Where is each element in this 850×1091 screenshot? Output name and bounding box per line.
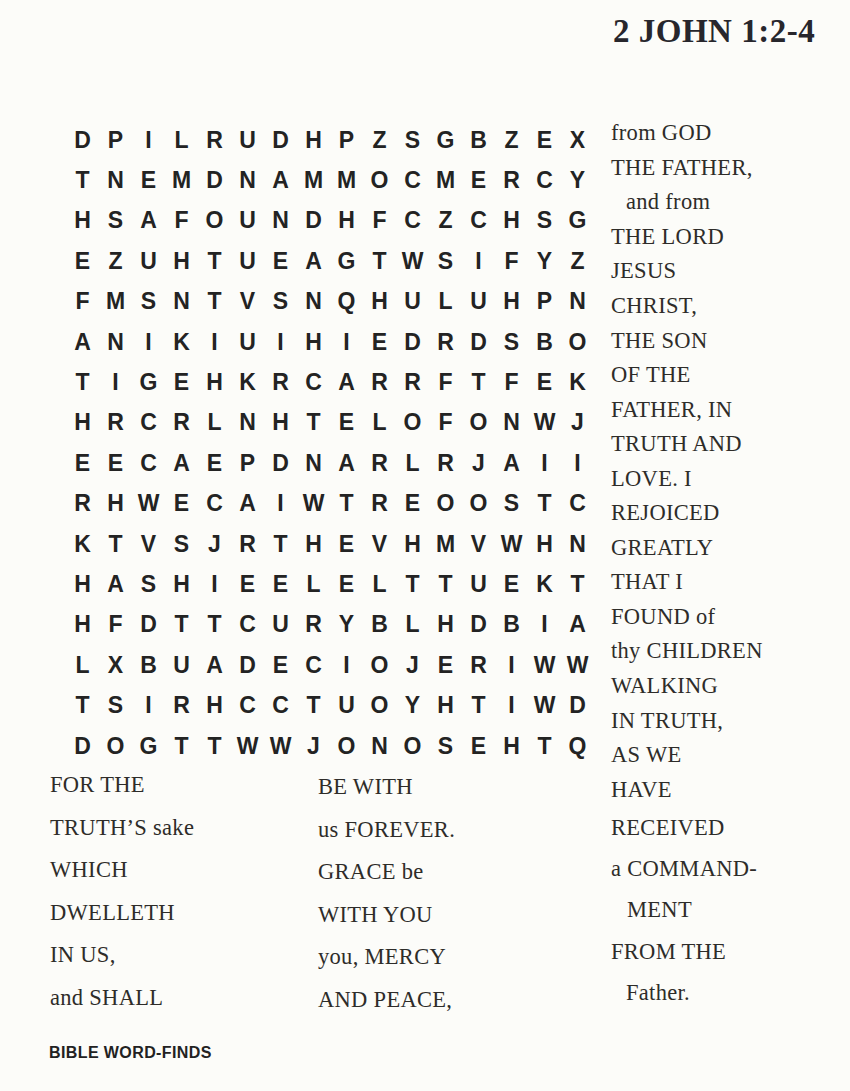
grid-cell-r6c7[interactable]: I: [264, 322, 297, 362]
verse-line: FOUND of: [611, 600, 849, 635]
grid-cell-r2c5[interactable]: D: [198, 160, 231, 200]
grid-cell-r10c4[interactable]: E: [165, 484, 198, 524]
grid-cell-r14c12[interactable]: E: [429, 645, 462, 685]
grid-cell-r5c5[interactable]: T: [198, 282, 231, 322]
grid-cell-r3c3[interactable]: A: [132, 201, 165, 241]
grid-cell-r2c3[interactable]: E: [132, 160, 165, 200]
grid-cell-r3c8[interactable]: D: [297, 201, 330, 241]
grid-cell-r5c11[interactable]: U: [396, 282, 429, 322]
grid-cell-r7c10[interactable]: R: [363, 362, 396, 402]
grid-cell-r1c14[interactable]: Z: [495, 120, 528, 160]
grid-cell-r9c5[interactable]: E: [198, 443, 231, 483]
word-search-grid: DPILRUDHPZSGBZEXTNEMDNAMMOCMERCYHSAFOUND…: [66, 120, 594, 766]
grid-cell-r15c1[interactable]: T: [66, 685, 99, 725]
verse-line: DWELLETH: [50, 892, 300, 935]
grid-cell-r8c5[interactable]: L: [198, 403, 231, 443]
grid-cell-r2c15[interactable]: C: [528, 160, 561, 200]
grid-cell-r12c6[interactable]: E: [231, 564, 264, 604]
grid-cell-r11c15[interactable]: H: [528, 524, 561, 564]
grid-cell-r1c8[interactable]: H: [297, 120, 330, 160]
grid-cell-r4c11[interactable]: W: [396, 241, 429, 281]
verse-line: AS WE: [611, 738, 849, 773]
grid-cell-r6c12[interactable]: R: [429, 322, 462, 362]
grid-cell-r3c15[interactable]: S: [528, 201, 561, 241]
grid-cell-r5c2[interactable]: M: [99, 282, 132, 322]
grid-cell-r11c7[interactable]: T: [264, 524, 297, 564]
grid-cell-r3c1[interactable]: H: [66, 201, 99, 241]
grid-cell-r15c10[interactable]: O: [363, 685, 396, 725]
grid-cell-r11c12[interactable]: M: [429, 524, 462, 564]
grid-cell-r4c15[interactable]: Y: [528, 241, 561, 281]
grid-cell-r16c15[interactable]: T: [528, 726, 561, 766]
grid-cell-r12c10[interactable]: L: [363, 564, 396, 604]
grid-cell-r3c11[interactable]: C: [396, 201, 429, 241]
grid-cell-r2c12[interactable]: M: [429, 160, 462, 200]
grid-cell-r6c4[interactable]: K: [165, 322, 198, 362]
grid-cell-r10c10[interactable]: R: [363, 484, 396, 524]
grid-cell-r1c9[interactable]: P: [330, 120, 363, 160]
grid-cell-r1c4[interactable]: L: [165, 120, 198, 160]
grid-cell-r14c8[interactable]: C: [297, 645, 330, 685]
grid-cell-r6c9[interactable]: I: [330, 322, 363, 362]
grid-cell-r16c16[interactable]: Q: [561, 726, 594, 766]
puzzle-page: 2 JOHN 1:2-4 DPILRUDHPZSGBZEXTNEMDNAMMOC…: [0, 0, 850, 1091]
grid-cell-r5c9[interactable]: Q: [330, 282, 363, 322]
grid-cell-r3c9[interactable]: H: [330, 201, 363, 241]
grid-cell-r1c12[interactable]: G: [429, 120, 462, 160]
grid-cell-r15c11[interactable]: Y: [396, 685, 429, 725]
grid-cell-r1c5[interactable]: R: [198, 120, 231, 160]
verse-line: IN US,: [50, 934, 300, 977]
grid-cell-r11c9[interactable]: E: [330, 524, 363, 564]
grid-cell-r3c5[interactable]: O: [198, 201, 231, 241]
grid-cell-r1c1[interactable]: D: [66, 120, 99, 160]
grid-cell-r11c16[interactable]: N: [561, 524, 594, 564]
grid-cell-r4c7[interactable]: E: [264, 241, 297, 281]
grid-cell-r8c1[interactable]: H: [66, 403, 99, 443]
verse-line: FOR THE: [50, 764, 300, 807]
grid-cell-r4c10[interactable]: T: [363, 241, 396, 281]
grid-cell-r4c2[interactable]: Z: [99, 241, 132, 281]
grid-cell-r13c4[interactable]: T: [165, 605, 198, 645]
grid-cell-r10c13[interactable]: O: [462, 484, 495, 524]
grid-cell-r8c15[interactable]: W: [528, 403, 561, 443]
grid-cell-r9c2[interactable]: E: [99, 443, 132, 483]
grid-cell-r12c8[interactable]: L: [297, 564, 330, 604]
grid-cell-r3c10[interactable]: F: [363, 201, 396, 241]
grid-cell-r12c1[interactable]: H: [66, 564, 99, 604]
grid-cell-r16c9[interactable]: O: [330, 726, 363, 766]
grid-cell-r1c11[interactable]: S: [396, 120, 429, 160]
grid-cell-r7c6[interactable]: K: [231, 362, 264, 402]
grid-cell-r2c13[interactable]: E: [462, 160, 495, 200]
grid-cell-r3c12[interactable]: Z: [429, 201, 462, 241]
grid-cell-r7c15[interactable]: E: [528, 362, 561, 402]
grid-cell-r13c16[interactable]: A: [561, 605, 594, 645]
grid-cell-r5c7[interactable]: S: [264, 282, 297, 322]
grid-cell-r15c13[interactable]: T: [462, 685, 495, 725]
grid-cell-r8c10[interactable]: L: [363, 403, 396, 443]
grid-cell-r2c7[interactable]: A: [264, 160, 297, 200]
verse-line: TRUTH’S sake: [50, 807, 300, 850]
grid-cell-r16c7[interactable]: W: [264, 726, 297, 766]
grid-cell-r14c2[interactable]: X: [99, 645, 132, 685]
grid-cell-r13c7[interactable]: U: [264, 605, 297, 645]
grid-cell-r9c14[interactable]: A: [495, 443, 528, 483]
grid-cell-r1c7[interactable]: D: [264, 120, 297, 160]
grid-cell-r16c8[interactable]: J: [297, 726, 330, 766]
grid-cell-r6c11[interactable]: D: [396, 322, 429, 362]
grid-cell-r14c1[interactable]: L: [66, 645, 99, 685]
grid-cell-r4c8[interactable]: A: [297, 241, 330, 281]
grid-cell-r7c7[interactable]: R: [264, 362, 297, 402]
verse-line: THE LORD: [611, 220, 849, 255]
grid-cell-r4c16[interactable]: Z: [561, 241, 594, 281]
grid-cell-r16c5[interactable]: T: [198, 726, 231, 766]
grid-cell-r8c6[interactable]: N: [231, 403, 264, 443]
grid-cell-r10c8[interactable]: W: [297, 484, 330, 524]
verse-line: and SHALL: [50, 977, 300, 1020]
grid-cell-r15c7[interactable]: C: [264, 685, 297, 725]
grid-cell-r5c14[interactable]: H: [495, 282, 528, 322]
grid-cell-r8c16[interactable]: J: [561, 403, 594, 443]
grid-cell-r11c10[interactable]: V: [363, 524, 396, 564]
grid-cell-r5c8[interactable]: N: [297, 282, 330, 322]
grid-cell-r7c12[interactable]: F: [429, 362, 462, 402]
grid-cell-r13c9[interactable]: Y: [330, 605, 363, 645]
grid-cell-r15c16[interactable]: D: [561, 685, 594, 725]
grid-cell-r6c5[interactable]: I: [198, 322, 231, 362]
grid-cell-r16c1[interactable]: D: [66, 726, 99, 766]
grid-cell-r13c8[interactable]: R: [297, 605, 330, 645]
grid-cell-r8c3[interactable]: C: [132, 403, 165, 443]
grid-cell-r16c4[interactable]: T: [165, 726, 198, 766]
grid-cell-r12c4[interactable]: H: [165, 564, 198, 604]
grid-cell-r10c6[interactable]: A: [231, 484, 264, 524]
grid-cell-r2c16[interactable]: Y: [561, 160, 594, 200]
grid-cell-r14c11[interactable]: J: [396, 645, 429, 685]
verse-line: RECEIVED: [611, 807, 849, 848]
grid-cell-r9c6[interactable]: P: [231, 443, 264, 483]
grid-cell-r5c12[interactable]: L: [429, 282, 462, 322]
grid-cell-r1c6[interactable]: U: [231, 120, 264, 160]
grid-cell-r8c11[interactable]: O: [396, 403, 429, 443]
grid-cell-r9c13[interactable]: J: [462, 443, 495, 483]
grid-cell-r15c15[interactable]: W: [528, 685, 561, 725]
grid-cell-r12c2[interactable]: A: [99, 564, 132, 604]
grid-cell-r10c12[interactable]: O: [429, 484, 462, 524]
grid-cell-r4c13[interactable]: I: [462, 241, 495, 281]
grid-cell-r16c6[interactable]: W: [231, 726, 264, 766]
verse-line: GRACE be: [318, 851, 568, 894]
book-footer: BIBLE WORD-FINDS: [49, 1044, 212, 1062]
grid-cell-r11c2[interactable]: T: [99, 524, 132, 564]
grid-cell-r13c5[interactable]: T: [198, 605, 231, 645]
grid-cell-r5c1[interactable]: F: [66, 282, 99, 322]
grid-cell-r9c9[interactable]: A: [330, 443, 363, 483]
grid-cell-r6c6[interactable]: U: [231, 322, 264, 362]
grid-cell-r11c3[interactable]: V: [132, 524, 165, 564]
verse-line: MENT: [611, 890, 849, 931]
grid-cell-r14c7[interactable]: E: [264, 645, 297, 685]
grid-cell-r9c4[interactable]: A: [165, 443, 198, 483]
grid-cell-r4c4[interactable]: H: [165, 241, 198, 281]
grid-cell-r2c11[interactable]: C: [396, 160, 429, 200]
verse-line: HAVE: [611, 772, 849, 807]
grid-cell-r13c14[interactable]: B: [495, 605, 528, 645]
verse-line: REJOICED: [611, 496, 849, 531]
grid-cell-r9c8[interactable]: N: [297, 443, 330, 483]
grid-cell-r16c10[interactable]: N: [363, 726, 396, 766]
grid-cell-r14c5[interactable]: A: [198, 645, 231, 685]
grid-cell-r5c13[interactable]: U: [462, 282, 495, 322]
verse-line: FATHER, IN: [611, 392, 849, 427]
verse-column-right: from GODTHE FATHER,and fromTHE LORDJESUS…: [611, 116, 849, 1014]
grid-cell-r12c7[interactable]: E: [264, 564, 297, 604]
grid-cell-r6c15[interactable]: B: [528, 322, 561, 362]
grid-cell-r15c8[interactable]: T: [297, 685, 330, 725]
grid-cell-r7c2[interactable]: I: [99, 362, 132, 402]
grid-cell-r5c10[interactable]: H: [363, 282, 396, 322]
grid-cell-r2c10[interactable]: O: [363, 160, 396, 200]
grid-cell-r4c9[interactable]: G: [330, 241, 363, 281]
grid-cell-r6c3[interactable]: I: [132, 322, 165, 362]
grid-cell-r9c16[interactable]: I: [561, 443, 594, 483]
grid-cell-r13c12[interactable]: H: [429, 605, 462, 645]
grid-cell-r10c14[interactable]: S: [495, 484, 528, 524]
grid-cell-r7c5[interactable]: H: [198, 362, 231, 402]
verse-line: CHRIST,: [611, 289, 849, 324]
verse-line: OF THE: [611, 358, 849, 393]
grid-cell-r1c3[interactable]: I: [132, 120, 165, 160]
verse-line: from GOD: [611, 116, 849, 151]
verse-line: THE SON: [611, 323, 849, 358]
grid-cell-r8c12[interactable]: F: [429, 403, 462, 443]
verse-line: TRUTH AND: [611, 427, 849, 462]
grid-cell-r11c8[interactable]: H: [297, 524, 330, 564]
grid-cell-r9c11[interactable]: L: [396, 443, 429, 483]
grid-cell-r2c9[interactable]: M: [330, 160, 363, 200]
grid-cell-r2c2[interactable]: N: [99, 160, 132, 200]
grid-cell-r11c14[interactable]: W: [495, 524, 528, 564]
grid-cell-r7c8[interactable]: C: [297, 362, 330, 402]
grid-cell-r1c16[interactable]: X: [561, 120, 594, 160]
grid-cell-r10c2[interactable]: H: [99, 484, 132, 524]
verse-line: a COMMAND-: [611, 848, 849, 889]
grid-cell-r3c16[interactable]: G: [561, 201, 594, 241]
grid-cell-r14c9[interactable]: I: [330, 645, 363, 685]
grid-cell-r13c6[interactable]: C: [231, 605, 264, 645]
grid-cell-r3c13[interactable]: C: [462, 201, 495, 241]
grid-cell-r3c2[interactable]: S: [99, 201, 132, 241]
grid-cell-r2c6[interactable]: N: [231, 160, 264, 200]
grid-cell-r7c14[interactable]: F: [495, 362, 528, 402]
grid-cell-r11c13[interactable]: V: [462, 524, 495, 564]
grid-cell-r12c5[interactable]: I: [198, 564, 231, 604]
grid-cell-r10c9[interactable]: T: [330, 484, 363, 524]
grid-cell-r8c4[interactable]: R: [165, 403, 198, 443]
grid-cell-r12c9[interactable]: E: [330, 564, 363, 604]
grid-cell-r13c10[interactable]: B: [363, 605, 396, 645]
grid-cell-r16c14[interactable]: H: [495, 726, 528, 766]
verse-column-bottom-left: FOR THETRUTH’S sakeWHICHDWELLETHIN US,an…: [50, 764, 300, 1019]
verse-line: WITH YOU: [318, 894, 568, 937]
grid-cell-r13c13[interactable]: D: [462, 605, 495, 645]
grid-cell-r15c5[interactable]: H: [198, 685, 231, 725]
grid-cell-r6c2[interactable]: N: [99, 322, 132, 362]
puzzle-title: 2 JOHN 1:2-4: [613, 13, 815, 50]
grid-cell-r16c2[interactable]: O: [99, 726, 132, 766]
grid-cell-r9c7[interactable]: D: [264, 443, 297, 483]
grid-cell-r15c12[interactable]: H: [429, 685, 462, 725]
grid-cell-r11c6[interactable]: R: [231, 524, 264, 564]
grid-cell-r11c5[interactable]: J: [198, 524, 231, 564]
grid-cell-r1c10[interactable]: Z: [363, 120, 396, 160]
grid-cell-r13c15[interactable]: I: [528, 605, 561, 645]
grid-cell-r14c3[interactable]: B: [132, 645, 165, 685]
grid-cell-r10c7[interactable]: I: [264, 484, 297, 524]
grid-cell-r9c10[interactable]: R: [363, 443, 396, 483]
grid-cell-r7c1[interactable]: T: [66, 362, 99, 402]
grid-cell-r11c4[interactable]: S: [165, 524, 198, 564]
grid-cell-r13c3[interactable]: D: [132, 605, 165, 645]
grid-cell-r7c13[interactable]: T: [462, 362, 495, 402]
grid-cell-r13c2[interactable]: F: [99, 605, 132, 645]
verse-line: WALKING: [611, 669, 849, 704]
grid-cell-r15c3[interactable]: I: [132, 685, 165, 725]
grid-cell-r11c1[interactable]: K: [66, 524, 99, 564]
grid-cell-r8c9[interactable]: E: [330, 403, 363, 443]
grid-cell-r10c3[interactable]: W: [132, 484, 165, 524]
grid-cell-r15c2[interactable]: S: [99, 685, 132, 725]
grid-cell-r7c11[interactable]: R: [396, 362, 429, 402]
grid-cell-r3c4[interactable]: F: [165, 201, 198, 241]
grid-cell-r3c14[interactable]: H: [495, 201, 528, 241]
grid-cell-r16c13[interactable]: E: [462, 726, 495, 766]
grid-cell-r7c9[interactable]: A: [330, 362, 363, 402]
grid-cell-r9c15[interactable]: I: [528, 443, 561, 483]
grid-cell-r6c8[interactable]: H: [297, 322, 330, 362]
grid-cell-r12c14[interactable]: E: [495, 564, 528, 604]
grid-cell-r1c15[interactable]: E: [528, 120, 561, 160]
grid-cell-r8c2[interactable]: R: [99, 403, 132, 443]
verse-line: FROM THE: [611, 931, 849, 972]
grid-cell-r16c3[interactable]: G: [132, 726, 165, 766]
grid-cell-r6c16[interactable]: O: [561, 322, 594, 362]
grid-cell-r9c3[interactable]: C: [132, 443, 165, 483]
verse-line: AND PEACE,: [318, 979, 568, 1022]
grid-cell-r10c1[interactable]: R: [66, 484, 99, 524]
grid-cell-r4c5[interactable]: T: [198, 241, 231, 281]
grid-cell-r9c12[interactable]: R: [429, 443, 462, 483]
grid-cell-r4c1[interactable]: E: [66, 241, 99, 281]
grid-cell-r16c11[interactable]: O: [396, 726, 429, 766]
grid-cell-r15c14[interactable]: I: [495, 685, 528, 725]
grid-cell-r14c4[interactable]: U: [165, 645, 198, 685]
verse-line: WHICH: [50, 849, 300, 892]
grid-cell-r8c13[interactable]: O: [462, 403, 495, 443]
verse-line: BE WITH: [318, 766, 568, 809]
verse-line: THE FATHER,: [611, 151, 849, 186]
grid-cell-r4c3[interactable]: U: [132, 241, 165, 281]
grid-cell-r8c8[interactable]: T: [297, 403, 330, 443]
grid-cell-r8c7[interactable]: H: [264, 403, 297, 443]
grid-cell-r2c14[interactable]: R: [495, 160, 528, 200]
verse-line: and from: [611, 185, 849, 220]
grid-cell-r12c13[interactable]: U: [462, 564, 495, 604]
grid-cell-r2c4[interactable]: M: [165, 160, 198, 200]
grid-cell-r8c14[interactable]: N: [495, 403, 528, 443]
grid-cell-r4c12[interactable]: S: [429, 241, 462, 281]
grid-cell-r10c15[interactable]: T: [528, 484, 561, 524]
grid-cell-r2c8[interactable]: M: [297, 160, 330, 200]
verse-line: THAT I: [611, 565, 849, 600]
grid-cell-r10c5[interactable]: C: [198, 484, 231, 524]
verse-line: you, MERCY: [318, 936, 568, 979]
grid-cell-r12c3[interactable]: S: [132, 564, 165, 604]
verse-line: thy CHILDREN: [611, 634, 849, 669]
grid-cell-r5c3[interactable]: S: [132, 282, 165, 322]
grid-cell-r9c1[interactable]: E: [66, 443, 99, 483]
grid-cell-r10c16[interactable]: C: [561, 484, 594, 524]
grid-cell-r10c11[interactable]: E: [396, 484, 429, 524]
verse-line: JESUS: [611, 254, 849, 289]
grid-cell-r6c10[interactable]: E: [363, 322, 396, 362]
grid-cell-r7c16[interactable]: K: [561, 362, 594, 402]
grid-cell-r2c1[interactable]: T: [66, 160, 99, 200]
grid-cell-r12c11[interactable]: T: [396, 564, 429, 604]
grid-cell-r4c6[interactable]: U: [231, 241, 264, 281]
grid-cell-r4c14[interactable]: F: [495, 241, 528, 281]
grid-cell-r15c4[interactable]: R: [165, 685, 198, 725]
verse-line: us FOREVER.: [318, 809, 568, 852]
grid-cell-r6c1[interactable]: A: [66, 322, 99, 362]
verse-line: IN TRUTH,: [611, 703, 849, 738]
grid-cell-r5c6[interactable]: V: [231, 282, 264, 322]
grid-cell-r11c11[interactable]: H: [396, 524, 429, 564]
grid-cell-r6c14[interactable]: S: [495, 322, 528, 362]
grid-cell-r15c9[interactable]: U: [330, 685, 363, 725]
grid-cell-r7c4[interactable]: E: [165, 362, 198, 402]
grid-cell-r1c2[interactable]: P: [99, 120, 132, 160]
grid-cell-r5c16[interactable]: N: [561, 282, 594, 322]
grid-cell-r12c15[interactable]: K: [528, 564, 561, 604]
verse-column-bottom-middle: BE WITHus FOREVER.GRACE beWITH YOUyou, M…: [318, 766, 568, 1021]
grid-cell-r6c13[interactable]: D: [462, 322, 495, 362]
grid-cell-r14c13[interactable]: R: [462, 645, 495, 685]
verse-line: LOVE. I: [611, 461, 849, 496]
grid-cell-r7c3[interactable]: G: [132, 362, 165, 402]
grid-cell-r14c15[interactable]: W: [528, 645, 561, 685]
grid-cell-r12c12[interactable]: T: [429, 564, 462, 604]
grid-cell-r1c13[interactable]: B: [462, 120, 495, 160]
verse-line: Father.: [611, 973, 849, 1014]
grid-cell-r14c10[interactable]: O: [363, 645, 396, 685]
grid-cell-r14c14[interactable]: I: [495, 645, 528, 685]
grid-cell-r5c15[interactable]: P: [528, 282, 561, 322]
grid-cell-r12c16[interactable]: T: [561, 564, 594, 604]
grid-cell-r14c6[interactable]: D: [231, 645, 264, 685]
grid-cell-r13c1[interactable]: H: [66, 605, 99, 645]
grid-cell-r14c16[interactable]: W: [561, 645, 594, 685]
verse-line: GREATLY: [611, 531, 849, 566]
grid-cell-r13c11[interactable]: L: [396, 605, 429, 645]
grid-cell-r3c6[interactable]: U: [231, 201, 264, 241]
grid-cell-r3c7[interactable]: N: [264, 201, 297, 241]
grid-cell-r5c4[interactable]: N: [165, 282, 198, 322]
grid-cell-r15c6[interactable]: C: [231, 685, 264, 725]
grid-cell-r16c12[interactable]: S: [429, 726, 462, 766]
